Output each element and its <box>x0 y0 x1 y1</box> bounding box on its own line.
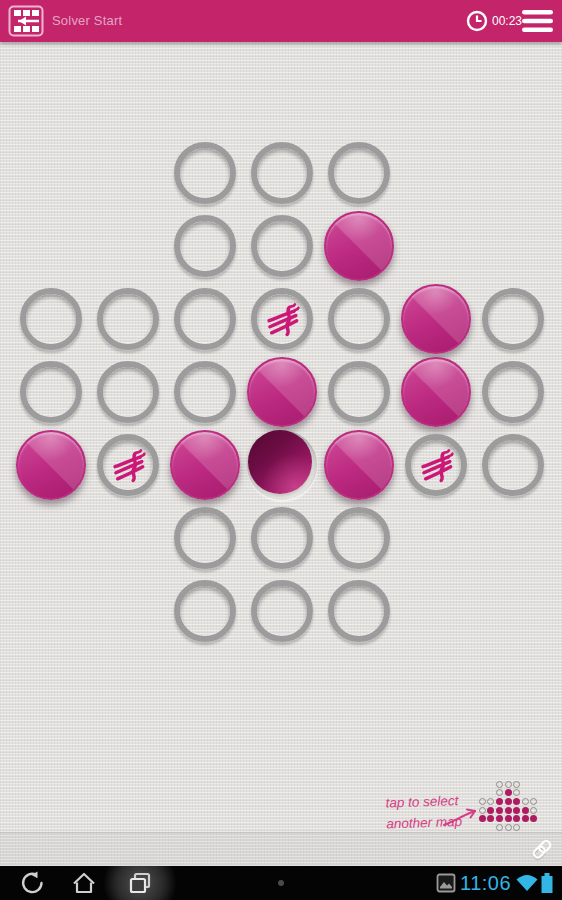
back-icon[interactable] <box>20 871 44 895</box>
board-cell-r1c4[interactable] <box>243 136 320 209</box>
board-cell-r4c2[interactable] <box>89 355 166 428</box>
board-cell-r2c4[interactable] <box>243 209 320 282</box>
board-cell-r5c6[interactable] <box>397 428 474 501</box>
empty-hole <box>328 580 390 642</box>
peg <box>324 430 394 500</box>
board-cell-r7c4[interactable] <box>243 574 320 647</box>
app-screen: Solver Start 00:23 <box>0 0 562 900</box>
board-cell-r3c5[interactable] <box>320 282 397 355</box>
minimap-hole-dot <box>496 789 503 796</box>
board-cell-r4c6[interactable] <box>397 355 474 428</box>
empty-hole <box>482 434 544 496</box>
empty-hole <box>328 288 390 350</box>
board-cell-r6c7 <box>474 501 551 574</box>
minimap-peg-dot <box>513 798 520 805</box>
empty-hole <box>174 288 236 350</box>
minimap-peg-dot <box>505 807 512 814</box>
minimap-hole-dot <box>513 789 520 796</box>
empty-hole <box>482 361 544 423</box>
board-cell-r4c7[interactable] <box>474 355 551 428</box>
minimap-hole-dot <box>496 781 503 788</box>
empty-hole <box>174 361 236 423</box>
minimap-peg-dot <box>522 807 529 814</box>
board-cell-r2c7 <box>474 209 551 282</box>
empty-hole <box>97 361 159 423</box>
board-cell-r5c3[interactable] <box>166 428 243 501</box>
board-cell-r4c5[interactable] <box>320 355 397 428</box>
board-cell-r6c6 <box>397 501 474 574</box>
nav-center-dot <box>278 880 284 886</box>
minimap-peg-dot <box>505 789 512 796</box>
minimap-peg-dot <box>479 815 486 822</box>
board-cell-r7c6 <box>397 574 474 647</box>
minimap-peg-dot <box>530 815 537 822</box>
board-cell-r6c3[interactable] <box>166 501 243 574</box>
board-cell-r1c2 <box>89 136 166 209</box>
minimap-peg-dot <box>513 815 520 822</box>
empty-hole <box>20 288 82 350</box>
board-cell-r5c4[interactable] <box>243 428 320 501</box>
minimap-hole-dot <box>513 781 520 788</box>
minimap-hole-dot <box>530 798 537 805</box>
minimap-peg-dot <box>496 815 503 822</box>
board-cell-r1c1 <box>12 136 89 209</box>
peg <box>401 284 471 354</box>
empty-hole <box>251 142 313 204</box>
empty-hole <box>251 215 313 277</box>
link-icon[interactable] <box>530 838 554 862</box>
home-icon[interactable] <box>72 871 96 895</box>
peg <box>247 357 317 427</box>
minimap-peg-dot <box>505 815 512 822</box>
minimap-peg-dot <box>496 807 503 814</box>
board-cell-r5c7[interactable] <box>474 428 551 501</box>
board-cell-r4c1[interactable] <box>12 355 89 428</box>
board-cell-r5c5[interactable] <box>320 428 397 501</box>
minimap-peg-dot <box>513 807 520 814</box>
footer-strip <box>0 832 562 866</box>
minimap-peg-dot <box>522 815 529 822</box>
board-cell-r5c2[interactable] <box>89 428 166 501</box>
board-cell-r2c3[interactable] <box>166 209 243 282</box>
board-cell-r3c7[interactable] <box>474 282 551 355</box>
battery-icon <box>540 872 554 894</box>
image-notification-icon <box>436 873 456 893</box>
minimap-peg-dot <box>487 815 494 822</box>
top-action-bar: Solver Start 00:23 <box>0 0 562 42</box>
board-cell-r4c4[interactable] <box>243 355 320 428</box>
minimap-hole-dot <box>496 824 503 831</box>
empty-hole <box>20 361 82 423</box>
empty-hole <box>174 580 236 642</box>
jump-target-hole <box>405 434 467 496</box>
board-cell-r6c2 <box>89 501 166 574</box>
board-cell-r3c1[interactable] <box>12 282 89 355</box>
board-cell-r2c2 <box>89 209 166 282</box>
scribble-target-icon <box>263 300 301 338</box>
board-cell-r6c1 <box>12 501 89 574</box>
board-cell-r5c1[interactable] <box>12 428 89 501</box>
clock-icon <box>466 10 488 32</box>
wifi-icon <box>515 872 539 894</box>
minimap-peg-dot <box>505 798 512 805</box>
board-cell-r7c5[interactable] <box>320 574 397 647</box>
selected-peg <box>248 430 312 494</box>
board-cell-r6c4[interactable] <box>243 501 320 574</box>
board-cell-r4c3[interactable] <box>166 355 243 428</box>
board-cell-r6c5[interactable] <box>320 501 397 574</box>
jump-target-hole <box>251 288 313 350</box>
empty-hole <box>174 507 236 569</box>
minimap-hole-dot <box>505 781 512 788</box>
hole-recess <box>247 430 317 500</box>
minimap-hole-dot <box>530 807 537 814</box>
elapsed-timer: 00:23 <box>492 0 522 42</box>
minimap-hole-dot <box>479 807 486 814</box>
board-cell-r1c7 <box>474 136 551 209</box>
peg <box>324 211 394 281</box>
scribble-target-icon <box>109 446 147 484</box>
minimap-hole-dot <box>522 798 529 805</box>
empty-hole <box>482 288 544 350</box>
minimap-hole-dot <box>487 798 494 805</box>
empty-hole <box>328 361 390 423</box>
peg-board <box>12 136 551 647</box>
peg <box>401 357 471 427</box>
minimap-hole-dot <box>479 798 486 805</box>
android-nav-bar: 11:06 <box>0 866 562 900</box>
page-title: Solver Start <box>52 0 122 42</box>
empty-hole <box>97 288 159 350</box>
scribble-target-icon <box>417 446 455 484</box>
peg <box>16 430 86 500</box>
minimap-hole-dot <box>513 824 520 831</box>
board-cell-r1c3[interactable] <box>166 136 243 209</box>
board-cell-r3c6[interactable] <box>397 282 474 355</box>
recents-icon[interactable] <box>128 871 152 895</box>
empty-hole <box>328 142 390 204</box>
board-cell-r2c5[interactable] <box>320 209 397 282</box>
playfield: tap to select another map <box>0 42 562 832</box>
board-cell-r2c1 <box>12 209 89 282</box>
empty-hole <box>251 507 313 569</box>
board-cell-r2c6 <box>397 209 474 282</box>
minimap-peg-dot <box>487 807 494 814</box>
minimap-peg-dot <box>496 798 503 805</box>
status-clock: 11:06 <box>460 866 511 900</box>
board-cell-r7c7 <box>474 574 551 647</box>
hamburger-menu-icon[interactable] <box>522 10 553 32</box>
board-cell-r1c6 <box>397 136 474 209</box>
grid-arrow-icon[interactable] <box>8 5 44 37</box>
empty-hole <box>251 580 313 642</box>
board-cell-r3c4[interactable] <box>243 282 320 355</box>
board-cell-r1c5[interactable] <box>320 136 397 209</box>
hand-drawn-arrow-icon <box>442 804 478 830</box>
board-cell-r3c2[interactable] <box>89 282 166 355</box>
board-cell-r7c1 <box>12 574 89 647</box>
empty-hole <box>328 507 390 569</box>
board-cell-r7c2 <box>89 574 166 647</box>
empty-hole <box>174 215 236 277</box>
board-cell-r7c3[interactable] <box>166 574 243 647</box>
peg <box>170 430 240 500</box>
empty-hole <box>174 142 236 204</box>
jump-target-hole <box>97 434 159 496</box>
board-cell-r3c3[interactable] <box>166 282 243 355</box>
minimap-hole-dot <box>505 824 512 831</box>
